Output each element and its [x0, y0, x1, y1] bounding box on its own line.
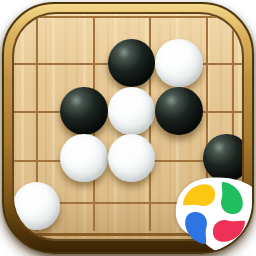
board-cell-r4c2: ○ [60, 135, 107, 183]
logo-bubble [176, 178, 254, 253]
board-cell-r3c4: ● [155, 87, 202, 135]
board-cell-r3c3: ○ [108, 87, 155, 135]
board-cell-r4c3: ○ [108, 135, 155, 183]
app-icon[interactable]: Gomoku five-in-a-row app icon ●○●○●○○●○ [2, 2, 254, 254]
board-cell-r2c4: ○ [155, 40, 202, 88]
stone-black: ● [60, 87, 107, 135]
board-cell-r5c1: ○ [13, 182, 60, 230]
board-cell-r2c3: ● [108, 40, 155, 88]
screenshot-stage: Gomoku five-in-a-row app icon ●○●○●○○●○ [0, 0, 256, 256]
stone-white: ○ [155, 39, 202, 87]
stone-white: ○ [108, 134, 155, 182]
stone-white: ○ [60, 134, 107, 182]
board-cell-r3c2: ● [60, 87, 107, 135]
logo-swirl-blue [185, 212, 207, 244]
stone-white: ○ [13, 182, 60, 230]
stone-black: ● [108, 39, 155, 87]
logo-swirl-red [213, 220, 245, 242]
stone-white: ○ [108, 87, 155, 135]
app-name: Gomoku five-in-a-row app icon [4, 4, 5, 5]
tencent-myapp-logo [170, 172, 254, 254]
stone-black: ● [155, 87, 202, 135]
